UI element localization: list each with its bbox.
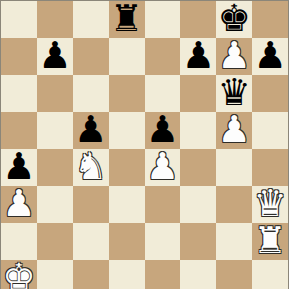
square-h1[interactable]	[252, 260, 288, 289]
square-d6[interactable]	[109, 75, 145, 112]
white-pawn[interactable]: ♟	[218, 111, 251, 148]
square-b4[interactable]	[37, 149, 73, 186]
square-a3[interactable]: ♟	[1, 186, 37, 223]
square-b7[interactable]: ♟	[37, 38, 73, 75]
square-a7[interactable]	[1, 38, 37, 75]
square-e3[interactable]	[145, 186, 181, 223]
square-f7[interactable]: ♟	[180, 38, 216, 75]
square-h3[interactable]: ♛	[252, 186, 288, 223]
square-e6[interactable]	[145, 75, 181, 112]
square-f4[interactable]	[180, 149, 216, 186]
square-g5[interactable]: ♟	[216, 112, 252, 149]
square-b5[interactable]	[37, 112, 73, 149]
white-king[interactable]: ♚	[2, 259, 35, 289]
square-b1[interactable]	[37, 260, 73, 289]
square-e8[interactable]	[145, 1, 181, 38]
square-d3[interactable]	[109, 186, 145, 223]
white-pawn[interactable]: ♟	[218, 37, 251, 74]
black-king[interactable]: ♚	[218, 0, 251, 37]
black-pawn[interactable]: ♟	[182, 37, 215, 74]
square-b8[interactable]	[37, 1, 73, 38]
square-g8[interactable]: ♚	[216, 1, 252, 38]
square-d5[interactable]	[109, 112, 145, 149]
square-d8[interactable]: ♜	[109, 1, 145, 38]
square-a6[interactable]	[1, 75, 37, 112]
square-f8[interactable]	[180, 1, 216, 38]
square-g7[interactable]: ♟	[216, 38, 252, 75]
square-h7[interactable]: ♟	[252, 38, 288, 75]
white-pawn[interactable]: ♟	[2, 185, 35, 222]
square-c2[interactable]	[73, 223, 109, 260]
black-pawn[interactable]: ♟	[38, 37, 71, 74]
square-c5[interactable]: ♟	[73, 112, 109, 149]
square-e5[interactable]: ♟	[145, 112, 181, 149]
square-a5[interactable]	[1, 112, 37, 149]
square-c6[interactable]	[73, 75, 109, 112]
square-f2[interactable]	[180, 223, 216, 260]
square-b3[interactable]	[37, 186, 73, 223]
square-d1[interactable]	[109, 260, 145, 289]
square-g1[interactable]	[216, 260, 252, 289]
square-a8[interactable]	[1, 1, 37, 38]
black-pawn[interactable]: ♟	[2, 148, 35, 185]
square-c8[interactable]	[73, 1, 109, 38]
square-f5[interactable]	[180, 112, 216, 149]
chess-board[interactable]: ♜♚♟♟♟♟♛♟♟♟♟♞♟♟♛♜♚	[0, 0, 289, 289]
square-e1[interactable]	[145, 260, 181, 289]
white-pawn[interactable]: ♟	[146, 148, 179, 185]
black-pawn[interactable]: ♟	[146, 111, 179, 148]
black-queen[interactable]: ♛	[218, 74, 251, 111]
square-d2[interactable]	[109, 223, 145, 260]
black-pawn[interactable]: ♟	[253, 37, 286, 74]
white-knight[interactable]: ♞	[74, 148, 107, 185]
square-h4[interactable]	[252, 149, 288, 186]
black-rook[interactable]: ♜	[110, 0, 143, 37]
square-f6[interactable]	[180, 75, 216, 112]
square-e2[interactable]	[145, 223, 181, 260]
square-h5[interactable]	[252, 112, 288, 149]
square-c3[interactable]	[73, 186, 109, 223]
square-f1[interactable]	[180, 260, 216, 289]
square-g6[interactable]: ♛	[216, 75, 252, 112]
white-queen[interactable]: ♛	[253, 185, 286, 222]
square-c1[interactable]	[73, 260, 109, 289]
square-d7[interactable]	[109, 38, 145, 75]
square-a4[interactable]: ♟	[1, 149, 37, 186]
square-h6[interactable]	[252, 75, 288, 112]
white-rook[interactable]: ♜	[253, 222, 286, 259]
square-a2[interactable]	[1, 223, 37, 260]
square-b6[interactable]	[37, 75, 73, 112]
square-a1[interactable]: ♚	[1, 260, 37, 289]
square-d4[interactable]	[109, 149, 145, 186]
square-e7[interactable]	[145, 38, 181, 75]
square-c4[interactable]: ♞	[73, 149, 109, 186]
square-b2[interactable]	[37, 223, 73, 260]
square-g2[interactable]	[216, 223, 252, 260]
square-f3[interactable]	[180, 186, 216, 223]
square-g3[interactable]	[216, 186, 252, 223]
square-h2[interactable]: ♜	[252, 223, 288, 260]
square-h8[interactable]	[252, 1, 288, 38]
square-e4[interactable]: ♟	[145, 149, 181, 186]
black-pawn[interactable]: ♟	[74, 111, 107, 148]
square-g4[interactable]	[216, 149, 252, 186]
square-c7[interactable]	[73, 38, 109, 75]
